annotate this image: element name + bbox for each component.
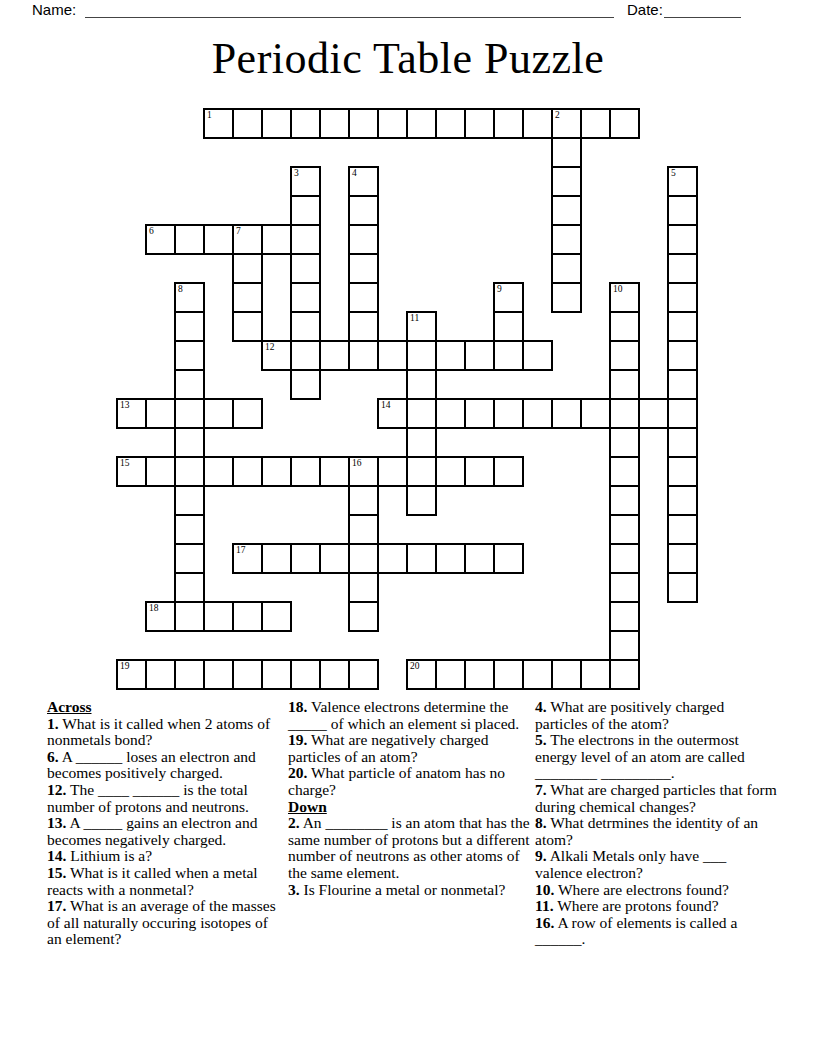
date-label: Date: [627,1,663,18]
grid-cell-r10c3[interactable] [203,398,234,429]
grid-cell-r12c0[interactable]: 15 [116,456,147,487]
clue-14: 14. Lithium is a? [47,848,286,865]
grid-cell-r19c0[interactable]: 19 [116,659,147,690]
clue-20: 20. What particle of anatom has no charg… [288,765,534,798]
clue-number: 4. [535,698,547,715]
grid-cell-r10c11[interactable] [435,398,466,429]
page-title: Periodic Table Puzzle [0,33,816,84]
grid-cell-r0c7[interactable] [319,108,350,139]
clue-number: 10. [535,881,554,898]
grid-cell-r12c2[interactable] [174,456,205,487]
grid-cell-r7c17[interactable] [609,311,640,342]
grid-cell-r14c2[interactable] [174,514,205,545]
grid-cell-r16c8[interactable] [348,572,379,603]
grid-cell-r3c15[interactable] [551,195,582,226]
grid-cell-r15c9[interactable] [377,543,408,574]
name-blank-line [85,0,614,18]
grid-cell-r9c2[interactable] [174,369,205,400]
grid-cell-r15c17[interactable] [609,543,640,574]
grid-cell-r0c5[interactable] [261,108,292,139]
clue-10: 10. Where are electrons found? [535,882,777,899]
clue-18: 18. Valence electrons determine the ____… [288,699,534,732]
clue-19: 19. What are negatively charged particle… [288,732,534,765]
grid-cell-r10c17[interactable] [609,398,640,429]
grid-cell-r8c6[interactable] [290,340,321,371]
grid-cell-r0c12[interactable] [464,108,495,139]
grid-cell-r8c2[interactable] [174,340,205,371]
grid-cell-r19c13[interactable] [493,659,524,690]
cell-number-8: 8 [178,284,183,294]
grid-cell-r14c8[interactable] [348,514,379,545]
grid-cell-r15c2[interactable] [174,543,205,574]
grid-cell-r16c19[interactable] [667,572,698,603]
grid-cell-r6c2[interactable]: 8 [174,282,205,313]
grid-cell-r4c8[interactable] [348,224,379,255]
grid-cell-r3c8[interactable] [348,195,379,226]
grid-cell-r12c10[interactable] [406,456,437,487]
cell-number-1: 1 [207,110,212,120]
grid-cell-r15c5[interactable] [261,543,292,574]
clue-number: 14. [47,847,66,864]
cell-number-3: 3 [294,168,299,178]
grid-cell-r12c1[interactable] [145,456,176,487]
cell-number-19: 19 [120,661,130,671]
grid-cell-r17c8[interactable] [348,601,379,632]
grid-cell-r7c6[interactable] [290,311,321,342]
grid-cell-r9c19[interactable] [667,369,698,400]
grid-cell-r10c16[interactable] [580,398,611,429]
grid-cell-r19c1[interactable] [145,659,176,690]
grid-cell-r2c8[interactable]: 4 [348,166,379,197]
cell-number-7: 7 [236,226,241,236]
grid-cell-r4c15[interactable] [551,224,582,255]
grid-cell-r0c16[interactable] [580,108,611,139]
grid-cell-r9c10[interactable] [406,369,437,400]
cell-number-12: 12 [265,342,275,352]
grid-cell-r8c14[interactable] [522,340,553,371]
grid-cell-r10c15[interactable] [551,398,582,429]
grid-cell-r2c6[interactable]: 3 [290,166,321,197]
cell-number-17: 17 [236,545,246,555]
grid-cell-r7c2[interactable] [174,311,205,342]
grid-cell-r13c2[interactable] [174,485,205,516]
grid-cell-r19c16[interactable] [580,659,611,690]
grid-cell-r12c4[interactable] [232,456,263,487]
grid-cell-r10c14[interactable] [522,398,553,429]
grid-cell-r10c0[interactable]: 13 [116,398,147,429]
grid-cell-r14c19[interactable] [667,514,698,545]
grid-cell-r17c5[interactable] [261,601,292,632]
grid-cell-r4c5[interactable] [261,224,292,255]
grid-cell-r8c9[interactable] [377,340,408,371]
grid-cell-r6c19[interactable] [667,282,698,313]
grid-cell-r8c7[interactable] [319,340,350,371]
grid-cell-r10c18[interactable] [638,398,669,429]
grid-cell-r4c19[interactable] [667,224,698,255]
grid-cell-r9c6[interactable] [290,369,321,400]
cell-number-16: 16 [352,458,362,468]
grid-cell-r0c13[interactable] [493,108,524,139]
grid-cell-r2c19[interactable]: 5 [667,166,698,197]
clue-number: 8. [535,814,547,831]
grid-cell-r8c19[interactable] [667,340,698,371]
cell-number-14: 14 [381,400,391,410]
grid-cell-r17c4[interactable] [232,601,263,632]
grid-cell-r15c13[interactable] [493,543,524,574]
clue-number: 12. [47,781,66,798]
grid-cell-r12c5[interactable] [261,456,292,487]
grid-cell-r8c8[interactable] [348,340,379,371]
grid-cell-r8c11[interactable] [435,340,466,371]
grid-cell-r14c17[interactable] [609,514,640,545]
grid-cell-r5c4[interactable] [232,253,263,284]
clue-number: 7. [535,781,547,798]
grid-cell-r4c6[interactable] [290,224,321,255]
grid-cell-r19c2[interactable] [174,659,205,690]
grid-cell-r0c15[interactable]: 2 [551,108,582,139]
grid-cell-r6c8[interactable] [348,282,379,313]
grid-cell-r15c6[interactable] [290,543,321,574]
grid-cell-r15c7[interactable] [319,543,350,574]
clue-number: 6. [47,748,59,765]
grid-cell-r12c11[interactable] [435,456,466,487]
grid-cell-r10c2[interactable] [174,398,205,429]
grid-cell-r15c8[interactable] [348,543,379,574]
grid-cell-r11c19[interactable] [667,427,698,458]
grid-cell-r17c17[interactable] [609,601,640,632]
grid-cell-r4c2[interactable] [174,224,205,255]
grid-cell-r0c17[interactable] [609,108,640,139]
grid-cell-r15c19[interactable] [667,543,698,574]
cell-number-4: 4 [352,168,357,178]
clue-number: 1. [47,715,59,732]
grid-cell-r19c15[interactable] [551,659,582,690]
grid-cell-r6c17[interactable]: 10 [609,282,640,313]
grid-cell-r13c19[interactable] [667,485,698,516]
grid-cell-r19c8[interactable] [348,659,379,690]
clue-number: 11. [535,897,554,914]
cell-number-9: 9 [497,284,502,294]
clue-column-1: Across1. What is it called when 2 atoms … [47,699,286,948]
cell-number-10: 10 [613,284,623,294]
grid-cell-r17c2[interactable] [174,601,205,632]
clue-column-2: 18. Valence electrons determine the ____… [288,699,534,898]
grid-cell-r12c3[interactable] [203,456,234,487]
date-blank-line [664,0,741,18]
clue-8: 8. What detrmines the identity of an ato… [535,815,777,848]
clue-number: 13. [47,814,66,831]
clue-9: 9. Alkali Metals only have ___ valence e… [535,848,777,881]
clue-number: 2. [288,814,300,831]
grid-cell-r15c4[interactable]: 17 [232,543,263,574]
grid-cell-r10c13[interactable] [493,398,524,429]
clue-number: 15. [47,864,66,881]
clue-column-3: 4. What are positively charged particles… [535,699,777,948]
clue-number: 5. [535,731,547,748]
grid-cell-r10c1[interactable] [145,398,176,429]
grid-cell-r11c2[interactable] [174,427,205,458]
grid-cell-r6c13[interactable]: 9 [493,282,524,313]
grid-cell-r0c10[interactable] [406,108,437,139]
clue-4: 4. What are positively charged particles… [535,699,777,732]
grid-cell-r1c15[interactable] [551,137,582,168]
grid-cell-r7c13[interactable] [493,311,524,342]
crossword-grid: 1234567891011121314151617181920 [116,108,699,691]
grid-cell-r10c19[interactable] [667,398,698,429]
cell-number-11: 11 [410,313,419,323]
cell-number-2: 2 [555,110,560,120]
cell-number-15: 15 [120,458,130,468]
grid-cell-r11c17[interactable] [609,427,640,458]
grid-cell-r7c10[interactable]: 11 [406,311,437,342]
cell-number-18: 18 [149,603,159,613]
grid-cell-r17c3[interactable] [203,601,234,632]
cell-number-5: 5 [671,168,676,178]
grid-cell-r15c10[interactable] [406,543,437,574]
grid-cell-r10c10[interactable] [406,398,437,429]
grid-cell-r10c9[interactable]: 14 [377,398,408,429]
grid-cell-r19c11[interactable] [435,659,466,690]
name-label: Name: [32,1,76,18]
grid-cell-r15c12[interactable] [464,543,495,574]
grid-cell-r19c12[interactable] [464,659,495,690]
grid-cell-r12c6[interactable] [290,456,321,487]
grid-cell-r7c8[interactable] [348,311,379,342]
clue-number: 16. [535,914,554,931]
grid-cell-r3c6[interactable] [290,195,321,226]
clue-number: 17. [47,897,66,914]
clue-15: 15. What is it called when a metal react… [47,865,286,898]
grid-cell-r0c9[interactable] [377,108,408,139]
grid-cell-r6c6[interactable] [290,282,321,313]
clue-number: 19. [288,731,307,748]
grid-cell-r9c17[interactable] [609,369,640,400]
clues-header-across: Across [47,699,286,716]
grid-cell-r13c8[interactable] [348,485,379,516]
grid-cell-r12c12[interactable] [464,456,495,487]
clue-7: 7. What are charged particles that form … [535,782,777,815]
grid-cell-r17c1[interactable]: 18 [145,601,176,632]
grid-cell-r19c5[interactable] [261,659,292,690]
grid-cell-r7c19[interactable] [667,311,698,342]
grid-cell-r0c4[interactable] [232,108,263,139]
clue-5: 5. The electrons in the outermost energy… [535,732,777,782]
grid-cell-r7c4[interactable] [232,311,263,342]
grid-cell-r3c19[interactable] [667,195,698,226]
grid-cell-r5c6[interactable] [290,253,321,284]
grid-cell-r6c15[interactable] [551,282,582,313]
grid-cell-r0c3[interactable]: 1 [203,108,234,139]
grid-cell-r4c3[interactable] [203,224,234,255]
worksheet-page: Name: Date: Periodic Table Puzzle 123456… [0,0,816,1056]
cell-number-13: 13 [120,400,130,410]
grid-cell-r8c13[interactable] [493,340,524,371]
grid-cell-r18c17[interactable] [609,630,640,661]
grid-cell-r8c12[interactable] [464,340,495,371]
grid-cell-r0c6[interactable] [290,108,321,139]
grid-cell-r11c10[interactable] [406,427,437,458]
grid-cell-r8c10[interactable] [406,340,437,371]
grid-cell-r19c14[interactable] [522,659,553,690]
grid-cell-r0c11[interactable] [435,108,466,139]
clue-11: 11. Where are protons found? [535,898,777,915]
grid-cell-r10c12[interactable] [464,398,495,429]
clue-16: 16. A row of elements is called a ______… [535,915,777,948]
grid-cell-r19c6[interactable] [290,659,321,690]
clue-number: 3. [288,881,300,898]
grid-cell-r15c11[interactable] [435,543,466,574]
grid-cell-r16c2[interactable] [174,572,205,603]
clue-number: 18. [288,698,307,715]
grid-cell-r16c17[interactable] [609,572,640,603]
clue-3: 3. Is Flourine a metal or nonmetal? [288,882,534,899]
clue-13: 13. A _____ gains an electron and become… [47,815,286,848]
grid-cell-r13c17[interactable] [609,485,640,516]
grid-cell-r19c10[interactable]: 20 [406,659,437,690]
grid-cell-r12c19[interactable] [667,456,698,487]
grid-cell-r5c8[interactable] [348,253,379,284]
grid-cell-r0c14[interactable] [522,108,553,139]
grid-cell-r12c7[interactable] [319,456,350,487]
grid-cell-r8c5[interactable]: 12 [261,340,292,371]
clue-number: 9. [535,847,547,864]
cell-number-6: 6 [149,226,154,236]
grid-cell-r0c8[interactable] [348,108,379,139]
grid-cell-r12c17[interactable] [609,456,640,487]
grid-cell-r19c17[interactable] [609,659,640,690]
grid-cell-r6c4[interactable] [232,282,263,313]
grid-cell-r12c13[interactable] [493,456,524,487]
grid-cell-r4c4[interactable]: 7 [232,224,263,255]
clues-header-down: Down [288,799,534,816]
grid-cell-r19c3[interactable] [203,659,234,690]
grid-cell-r4c1[interactable]: 6 [145,224,176,255]
grid-cell-r12c9[interactable] [377,456,408,487]
clue-2: 2. An ________ is an atom that has the s… [288,815,534,881]
clue-6: 6. A ______ loses an electron and become… [47,749,286,782]
cell-number-20: 20 [410,661,420,671]
grid-cell-r10c4[interactable] [232,398,263,429]
grid-cell-r5c19[interactable] [667,253,698,284]
grid-cell-r2c15[interactable] [551,166,582,197]
grid-cell-r5c15[interactable] [551,253,582,284]
grid-cell-r8c17[interactable] [609,340,640,371]
clue-number: 20. [288,764,307,781]
grid-cell-r19c7[interactable] [319,659,350,690]
grid-cell-r19c4[interactable] [232,659,263,690]
clue-17: 17. What is an average of the masses of … [47,898,286,948]
clue-12: 12. The ____ ______ is the total number … [47,782,286,815]
clue-1: 1. What is it called when 2 atoms of non… [47,716,286,749]
grid-cell-r13c10[interactable] [406,485,437,516]
grid-cell-r12c8[interactable]: 16 [348,456,379,487]
